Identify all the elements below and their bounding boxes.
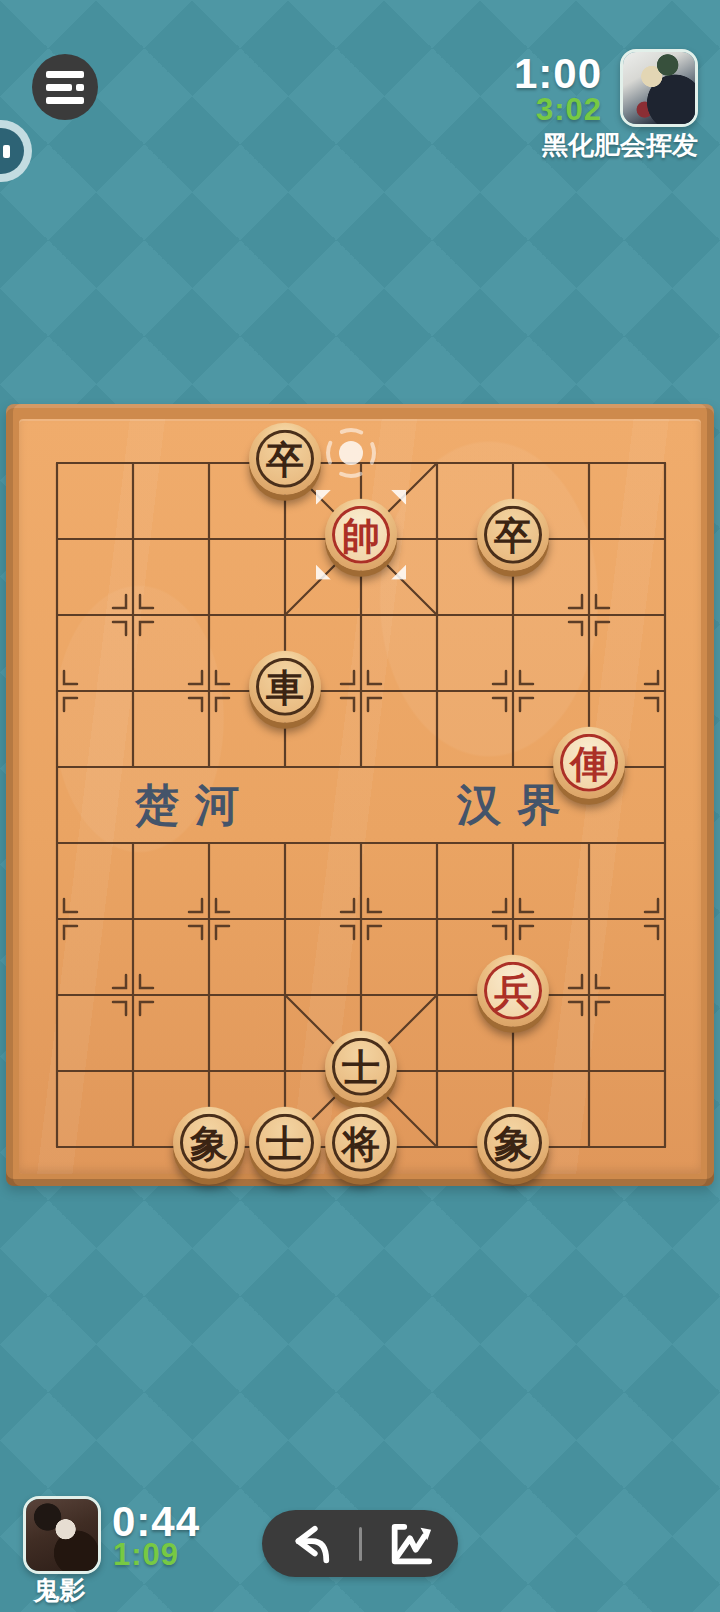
- opponent-avatar-image: [623, 52, 695, 124]
- xiangqi-piece-帥[interactable]: 帥: [325, 499, 397, 571]
- pause-icon: [0, 128, 24, 174]
- pause-side-button[interactable]: [0, 120, 32, 182]
- undo-arrow-icon: [287, 1521, 333, 1567]
- player-avatar: [23, 1496, 101, 1574]
- xiangqi-piece-将[interactable]: 将: [325, 1107, 397, 1179]
- opponent-avatar: [620, 49, 698, 127]
- menu-button[interactable]: [32, 54, 98, 120]
- piece-character: 象: [484, 1114, 542, 1172]
- control-pill: [262, 1510, 458, 1577]
- player-time-secondary: 1:09: [113, 1537, 179, 1573]
- xiangqi-piece-象[interactable]: 象: [173, 1107, 245, 1179]
- xiangqi-piece-俥[interactable]: 俥: [553, 727, 625, 799]
- piece-character: 将: [332, 1114, 390, 1172]
- player-name: 鬼影: [13, 1573, 106, 1608]
- piece-character: 帥: [332, 506, 390, 564]
- pieces-layer: 卒帥卒車俥兵士象士将象: [57, 463, 665, 1147]
- opponent-time-main: 1:00: [514, 50, 602, 98]
- undo-button[interactable]: [262, 1510, 359, 1577]
- opponent-name: 黑化肥会挥发: [525, 128, 715, 163]
- opponent-time-secondary: 3:02: [536, 92, 602, 128]
- piece-character: 兵: [484, 962, 542, 1020]
- xiangqi-board: 楚河 汉界 卒帥卒車俥兵士象士将象: [6, 404, 714, 1186]
- piece-character: 俥: [560, 734, 618, 792]
- piece-character: 士: [256, 1114, 314, 1172]
- piece-character: 卒: [484, 506, 542, 564]
- xiangqi-piece-士[interactable]: 士: [249, 1107, 321, 1179]
- piece-character: 車: [256, 658, 314, 716]
- trend-chart-arrow-icon: [387, 1521, 433, 1567]
- xiangqi-piece-士[interactable]: 士: [325, 1031, 397, 1103]
- last-move-from-marker: [333, 435, 389, 491]
- board-surface[interactable]: 楚河 汉界 卒帥卒車俥兵士象士将象: [19, 419, 701, 1174]
- selection-corner-marker: [391, 490, 406, 505]
- selection-corner-marker: [316, 565, 331, 580]
- piece-character: 象: [180, 1114, 238, 1172]
- board-grid: 楚河 汉界 卒帥卒車俥兵士象士将象: [57, 463, 665, 1147]
- selection-corner-marker: [316, 490, 331, 505]
- xiangqi-piece-車[interactable]: 車: [249, 651, 321, 723]
- player-avatar-image: [26, 1499, 98, 1571]
- piece-character: 士: [332, 1038, 390, 1096]
- analysis-button[interactable]: [362, 1510, 459, 1577]
- xiangqi-piece-卒[interactable]: 卒: [477, 499, 549, 571]
- xiangqi-piece-兵[interactable]: 兵: [477, 955, 549, 1027]
- selection-corner-marker: [391, 565, 406, 580]
- xiangqi-piece-卒[interactable]: 卒: [249, 423, 321, 495]
- xiangqi-piece-象[interactable]: 象: [477, 1107, 549, 1179]
- piece-character: 卒: [256, 430, 314, 488]
